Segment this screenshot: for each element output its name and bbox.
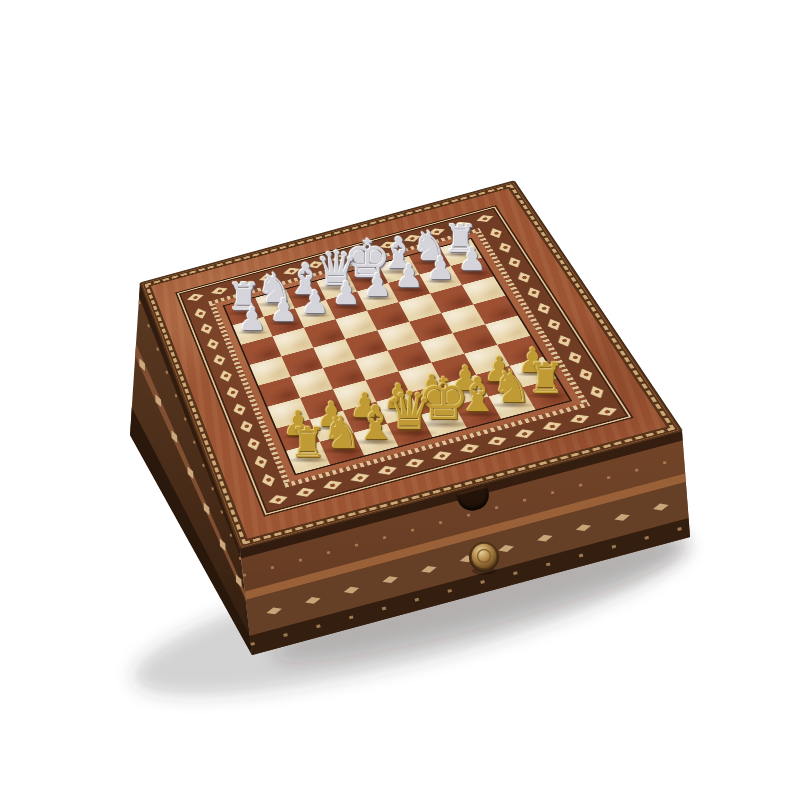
mosaic-diamond xyxy=(544,317,564,332)
mosaic-diamond xyxy=(218,369,235,384)
mosaic-diamond xyxy=(513,427,537,441)
mosaic-diamond xyxy=(485,434,509,448)
mosaic-diamond xyxy=(267,493,290,507)
mosaic-diamond xyxy=(231,402,248,417)
mosaic-diamond xyxy=(294,485,317,499)
mosaic-diamond xyxy=(376,463,399,477)
chess-box-scene: ♜♞♝♛♚♝♞♜♟♟♟♟♟♟♟♟♟♟♟♟♟♟♟♟♜♞♝♛♚♝♞♜ xyxy=(0,0,800,800)
mosaic-diamond xyxy=(378,239,399,250)
mosaic-diamond xyxy=(450,220,471,231)
mosaic-diamond xyxy=(554,333,574,348)
mosaic-diamond xyxy=(210,285,230,296)
mosaic-diamond xyxy=(515,271,534,285)
mosaic-diamond xyxy=(505,256,523,270)
mosaic-diamond xyxy=(565,350,585,365)
mosaic-diamond xyxy=(259,472,277,488)
mosaic-diamond xyxy=(430,449,454,463)
drawer-knob xyxy=(469,542,499,575)
mosaic-diamond xyxy=(474,213,495,224)
mosaic-diamond xyxy=(487,227,505,240)
mosaic-diamond xyxy=(540,419,564,433)
mosaic-diamond xyxy=(402,233,423,244)
mosaic-diamond xyxy=(306,259,326,270)
mosaic-diamond xyxy=(587,384,608,400)
mosaic-diamond xyxy=(192,307,208,321)
mosaic-diamond xyxy=(233,279,253,290)
mosaic-diamond xyxy=(354,246,374,257)
mosaic-diamond xyxy=(534,301,553,315)
mosaic-diamond xyxy=(496,241,514,254)
mosaic-diamond xyxy=(458,441,482,455)
mosaic-diamond xyxy=(186,292,206,304)
mosaic-diamond xyxy=(245,436,262,452)
mosaic-diamond xyxy=(205,337,221,351)
mosaic-diamond xyxy=(199,322,215,336)
mosaic-diamond xyxy=(330,252,350,263)
mosaic-diamond xyxy=(524,286,543,300)
mosaic-diamond xyxy=(348,471,371,485)
mosaic-diamond xyxy=(238,419,255,434)
mosaic-diamond xyxy=(321,478,344,492)
mosaic-diamond xyxy=(403,456,426,470)
mosaic-diamond xyxy=(257,272,277,283)
mosaic-diamond xyxy=(281,265,301,276)
mosaic-diamond xyxy=(595,405,620,419)
mosaic-diamond xyxy=(576,367,596,382)
mosaic-diamond xyxy=(567,412,591,426)
mosaic-diamond xyxy=(252,454,270,470)
mosaic-diamond xyxy=(426,226,447,237)
mosaic-diamond xyxy=(211,353,227,367)
mosaic-diamond xyxy=(224,385,241,400)
